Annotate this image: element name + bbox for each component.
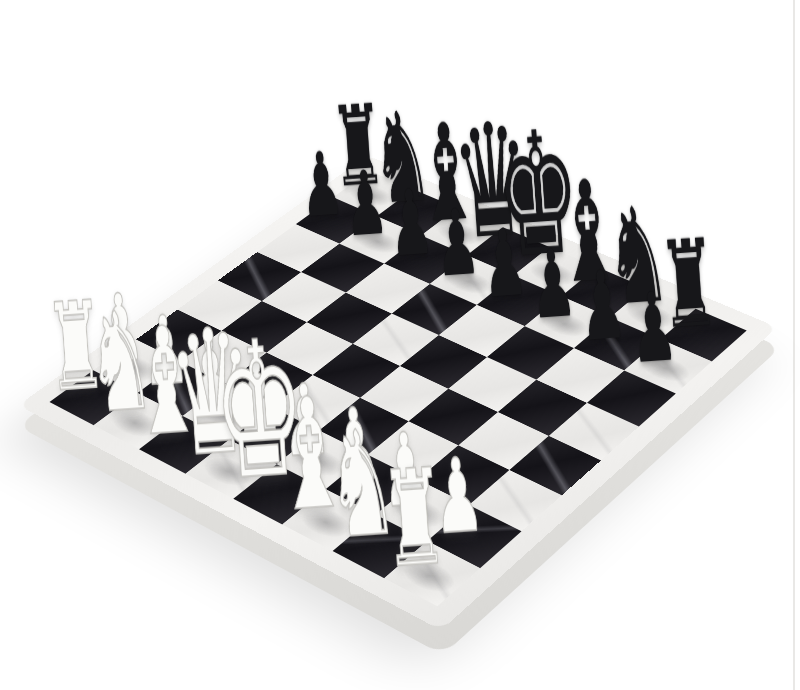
product-photo-scene: ♜♞♝♛♚♝♞♜♟♟♟♟♟♟♟♟♟♟♟♟♟♟♟♟♜♞♝♛♚♝♞♜ (0, 0, 800, 690)
board-slab: ♜♞♝♛♚♝♞♜♟♟♟♟♟♟♟♟♟♟♟♟♟♟♟♟♜♞♝♛♚♝♞♜ (18, 155, 777, 630)
piece-black-rook-h8: ♜ (625, 221, 752, 349)
piece-shadow (618, 297, 683, 333)
piece-shadow (582, 328, 647, 365)
piece-black-rook-a8: ♜ (300, 87, 417, 205)
piece-shadow (291, 501, 360, 544)
piece-black-knight-g8: ♞ (574, 186, 700, 326)
piece-shadow (285, 442, 352, 483)
chess-board-wrap: ♜♞♝♛♚♝♞♜♟♟♟♟♟♟♟♟♟♟♟♟♟♟♟♟♜♞♝♛♚♝♞♜ (112, 78, 688, 654)
board-grid: ♜♞♝♛♚♝♞♜♟♟♟♟♟♟♟♟♟♟♟♟♟♟♟♟♜♞♝♛♚♝♞♜ (49, 171, 746, 606)
chess-board: ♜♞♝♛♚♝♞♜♟♟♟♟♟♟♟♟♟♟♟♟♟♟♟♟♜♞♝♛♚♝♞♜ (18, 155, 777, 630)
piece-shadow (58, 381, 122, 419)
page-edge-divider (793, 0, 795, 690)
piece-shadow (632, 350, 698, 388)
piece-white-rook-a1: ♜ (12, 282, 140, 411)
piece-white-pawn-a2: ♟ (58, 278, 182, 380)
piece-shadow (393, 553, 464, 599)
